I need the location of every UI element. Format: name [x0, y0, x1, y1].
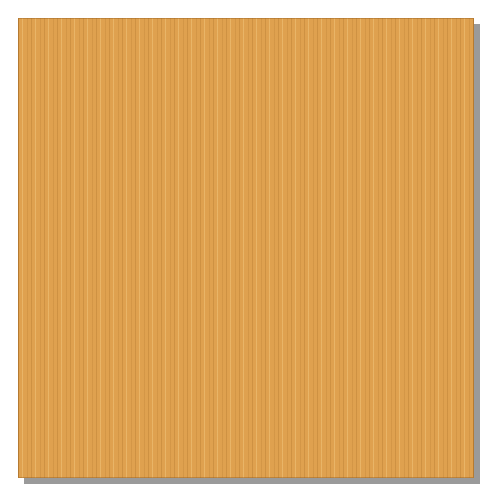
stones-grid — [18, 20, 477, 479]
go-board[interactable] — [18, 18, 474, 478]
